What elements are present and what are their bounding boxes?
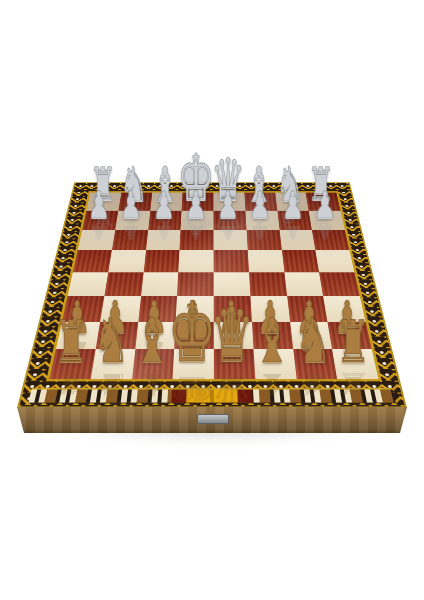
piece-silver-pawn-f2[interactable]: ♟ [152, 187, 174, 225]
clasp [197, 414, 229, 424]
piece-brass-knight-g8[interactable]: ♞ [93, 309, 130, 371]
square-a3[interactable] [312, 230, 349, 251]
piece-silver-pawn-c2[interactable]: ♟ [249, 187, 271, 225]
chess-photo: ♜♜♞♞♝♝♚♚♛♛♝♝♞♞♜♜♟♟♟♟♟♟♟♟♟♟♟♟♟♟♟♟♟♟♟♟♟♟♟♟… [0, 0, 424, 600]
square-g3[interactable] [112, 230, 148, 251]
square-d4[interactable] [214, 250, 249, 272]
square-c4[interactable] [248, 250, 284, 272]
piece-silver-pawn-h2[interactable]: ♟ [88, 187, 110, 225]
piece-silver-pawn-e2[interactable]: ♟ [185, 187, 207, 225]
square-e3[interactable] [180, 230, 214, 251]
square-f3[interactable] [146, 230, 181, 251]
piece-silver-pawn-d2[interactable]: ♟ [217, 187, 239, 225]
piece-brass-bishop-f8[interactable]: ♝ [133, 309, 170, 371]
marquetry-stripe-band [28, 388, 396, 403]
square-b4[interactable] [282, 250, 320, 272]
piece-brass-rook-a8[interactable]: ♜ [336, 312, 370, 370]
square-a4[interactable] [316, 250, 355, 272]
piece-silver-pawn-a2[interactable]: ♟ [314, 187, 336, 225]
square-h3[interactable] [78, 230, 115, 251]
square-h4[interactable] [73, 250, 112, 272]
piece-silver-pawn-b2[interactable]: ♟ [281, 187, 303, 225]
piece-silver-pawn-g2[interactable]: ♟ [120, 187, 142, 225]
square-d3[interactable] [214, 230, 248, 251]
square-f4[interactable] [143, 250, 179, 272]
piece-brass-queen-d8[interactable]: ♛ [210, 298, 255, 373]
square-c3[interactable] [246, 230, 281, 251]
piece-brass-rook-h8[interactable]: ♜ [54, 312, 88, 370]
square-e4[interactable] [178, 250, 213, 272]
square-b3[interactable] [279, 230, 315, 251]
square-g4[interactable] [108, 250, 146, 272]
piece-brass-bishop-c8[interactable]: ♝ [254, 309, 291, 371]
piece-brass-knight-b8[interactable]: ♞ [294, 309, 331, 371]
